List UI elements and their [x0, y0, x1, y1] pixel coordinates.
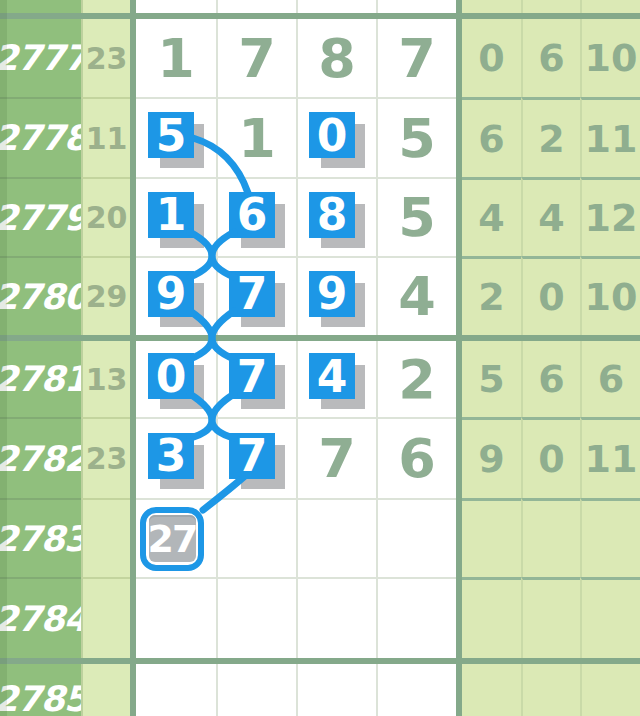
digit-text: 8: [318, 27, 356, 90]
digit-cell-1[interactable]: 27: [136, 498, 216, 577]
stat-text: 11: [585, 117, 638, 161]
digit-cell-2[interactable]: [216, 0, 296, 13]
stat-text: 2: [538, 117, 564, 161]
draw-sum-cell: [81, 498, 130, 577]
draw-number-text: 2781: [0, 359, 87, 399]
draw-sum-cell: 23: [81, 19, 130, 97]
digit-cell-2[interactable]: [216, 498, 296, 577]
digit-cell-4[interactable]: 6: [376, 417, 456, 498]
stat-cell-1: 6: [462, 97, 521, 177]
digit-text: 7: [238, 27, 276, 90]
stat-cell-2: [521, 0, 580, 13]
digit-cell-2[interactable]: 7: [216, 256, 296, 335]
marked-digit[interactable]: 3: [148, 433, 194, 479]
digit-text: 5: [398, 186, 436, 249]
stat-cell-3: 10: [580, 19, 640, 97]
draw-number-text: 2779: [0, 198, 87, 238]
marked-digit[interactable]: 4: [309, 353, 355, 399]
draw-rows-container: 2777231787061027781151056211277920168544…: [0, 0, 640, 716]
digit-cell-4[interactable]: 5: [376, 97, 456, 177]
digit-cell-4[interactable]: [376, 664, 456, 716]
draw-number-label: 2779: [0, 177, 81, 256]
marked-digit[interactable]: 0: [148, 353, 194, 399]
stat-cell-1: 5: [462, 341, 521, 417]
draw-sum-cell: 29: [81, 256, 130, 335]
digit-cell-4[interactable]: 2: [376, 341, 456, 417]
stat-text: 0: [478, 36, 504, 80]
digit-cell-1[interactable]: [136, 0, 216, 13]
digit-cell-2[interactable]: [216, 664, 296, 716]
draw-sum-text: 29: [86, 279, 128, 314]
next-draw-selection-box[interactable]: 27: [140, 507, 204, 571]
stat-cell-1: 0: [462, 19, 521, 97]
stat-cell-3: [580, 498, 640, 577]
stat-text: 9: [478, 437, 504, 481]
stat-cell-2: 6: [521, 19, 580, 97]
marked-digit[interactable]: 7: [229, 353, 275, 399]
stat-text: 2: [478, 275, 504, 319]
stat-cell-2: [521, 664, 580, 716]
stat-cell-2: 0: [521, 417, 580, 498]
digit-cell-3[interactable]: [296, 664, 376, 716]
draw-row-2777: 27772317870610: [0, 19, 640, 97]
draw-row-2781: 2781130742566: [0, 341, 640, 417]
stat-cell-2: 2: [521, 97, 580, 177]
draw-number-label: 2783: [0, 498, 81, 577]
draw-sum-cell: [81, 0, 130, 13]
digit-text: 4: [398, 265, 436, 328]
stat-text: 0: [538, 275, 564, 319]
stat-text: 6: [478, 117, 504, 161]
digit-cell-2[interactable]: 7: [216, 19, 296, 97]
marked-digit[interactable]: 1: [148, 192, 194, 238]
digit-cell-1[interactable]: 9: [136, 256, 216, 335]
draw-row-2779: 27792016854412: [0, 177, 640, 256]
digit-cell-3[interactable]: 9: [296, 256, 376, 335]
stat-cell-3: 12: [580, 177, 640, 256]
digit-cell-3[interactable]: 7: [296, 417, 376, 498]
stat-cell-2: [521, 577, 580, 658]
digit-cell-4[interactable]: 7: [376, 19, 456, 97]
digit-cell-4[interactable]: [376, 0, 456, 13]
digit-cell-1[interactable]: [136, 577, 216, 658]
draw-number-text: 2780: [0, 277, 87, 317]
digit-text: 1: [238, 107, 276, 170]
digit-text: 1: [157, 27, 195, 90]
draw-sum-text: 13: [86, 362, 128, 397]
digit-cell-3[interactable]: 0: [296, 97, 376, 177]
digit-cell-3[interactable]: 8: [296, 177, 376, 256]
draw-sum-text: 23: [86, 41, 128, 76]
draw-sum-cell: [81, 664, 130, 716]
draw-sum-cell: 20: [81, 177, 130, 256]
marked-digit[interactable]: 8: [309, 192, 355, 238]
draw-number-text: 2778: [0, 118, 87, 158]
digit-cell-1[interactable]: [136, 664, 216, 716]
draw-number-text: 2784: [0, 599, 87, 639]
marked-digit[interactable]: 7: [229, 433, 275, 479]
draw-row-2783: 278327: [0, 498, 640, 577]
digit-cell-2[interactable]: 1: [216, 97, 296, 177]
stat-cell-1: 2: [462, 256, 521, 335]
draw-sum-cell: 11: [81, 97, 130, 177]
draw-number-label: 2782: [0, 417, 81, 498]
stat-cell-3: [580, 664, 640, 716]
digit-cell-3[interactable]: 8: [296, 19, 376, 97]
draw-number-label: 2785: [0, 664, 81, 716]
digit-cell-3[interactable]: [296, 577, 376, 658]
digit-cell-1[interactable]: 1: [136, 177, 216, 256]
draw-number-text: 2785: [0, 679, 81, 716]
stat-cell-1: [462, 0, 521, 13]
draw-sum-text: 11: [86, 121, 128, 156]
draw-number-label: 2778: [0, 97, 81, 177]
stat-cell-3: [580, 577, 640, 658]
digit-cell-3[interactable]: [296, 498, 376, 577]
draw-number-label: 2781: [0, 341, 81, 417]
stat-cell-2: 4: [521, 177, 580, 256]
draw-number-label: 2784: [0, 577, 81, 658]
marked-digit[interactable]: 7: [229, 271, 275, 317]
stat-text: 0: [538, 437, 564, 481]
stat-text: 4: [478, 196, 504, 240]
marked-digit[interactable]: 9: [148, 271, 194, 317]
marked-digit[interactable]: 6: [229, 192, 275, 238]
stat-cell-3: [580, 0, 640, 13]
marked-digit[interactable]: 0: [309, 112, 355, 158]
digit-text: 2: [398, 348, 436, 411]
digit-cell-2[interactable]: 7: [216, 341, 296, 417]
digit-text: 6: [398, 427, 436, 490]
stat-text: 6: [538, 357, 564, 401]
lottery-chart-board: 2777231787061027781151056211277920168544…: [0, 0, 640, 716]
stat-cell-2: 0: [521, 256, 580, 335]
digit-cell-1[interactable]: 0: [136, 341, 216, 417]
stat-text: 12: [585, 196, 638, 240]
draw-number-label: 2780: [0, 256, 81, 335]
digit-cell-2[interactable]: 7: [216, 417, 296, 498]
stat-text: 11: [585, 437, 638, 481]
stat-text: 4: [538, 196, 564, 240]
stat-text: 6: [538, 36, 564, 80]
selection-value: 27: [149, 515, 196, 562]
stat-text: 6: [598, 357, 624, 401]
marked-digit[interactable]: 5: [148, 112, 194, 158]
draw-row-2776: [0, 0, 640, 13]
digit-cell-1[interactable]: 1: [136, 19, 216, 97]
marked-digit[interactable]: 9: [309, 271, 355, 317]
digit-text: 7: [318, 427, 356, 490]
stat-cell-1: 9: [462, 417, 521, 498]
digit-cell-3[interactable]: 4: [296, 341, 376, 417]
digit-text: 7: [398, 27, 436, 90]
digit-cell-1[interactable]: 3: [136, 417, 216, 498]
stat-cell-3: 6: [580, 341, 640, 417]
stat-cell-3: 10: [580, 256, 640, 335]
digit-text: 5: [398, 107, 436, 170]
digit-cell-4[interactable]: [376, 498, 456, 577]
stat-text: 10: [585, 275, 638, 319]
stat-cell-2: [521, 498, 580, 577]
draw-number-text: 2777: [0, 38, 87, 78]
digit-cell-2[interactable]: 6: [216, 177, 296, 256]
draw-sum-cell: 13: [81, 341, 130, 417]
draw-number-label: [0, 0, 81, 13]
draw-number-text: 2783: [0, 519, 87, 559]
draw-sum-cell: 23: [81, 417, 130, 498]
digit-cell-2[interactable]: [216, 577, 296, 658]
digit-cell-4[interactable]: 5: [376, 177, 456, 256]
digit-cell-3[interactable]: [296, 0, 376, 13]
draw-row-2778: 27781151056211: [0, 97, 640, 177]
stat-cell-2: 6: [521, 341, 580, 417]
draw-number-text: 2782: [0, 439, 87, 479]
draw-row-2784: 2784: [0, 577, 640, 658]
stat-cell-1: 4: [462, 177, 521, 256]
stat-cell-3: 11: [580, 97, 640, 177]
draw-sum-cell: [81, 577, 130, 658]
stat-cell-1: [462, 664, 521, 716]
digit-cell-4[interactable]: 4: [376, 256, 456, 335]
stat-text: 5: [478, 357, 504, 401]
draw-number-label: 2777: [0, 19, 81, 97]
stat-cell-1: [462, 577, 521, 658]
stat-cell-3: 11: [580, 417, 640, 498]
digit-cell-4[interactable]: [376, 577, 456, 658]
digit-cell-1[interactable]: 5: [136, 97, 216, 177]
stat-text: 10: [585, 36, 638, 80]
draw-sum-text: 20: [86, 200, 128, 235]
draw-sum-text: 23: [86, 441, 128, 476]
draw-row-2780: 27802997942010: [0, 256, 640, 335]
stat-cell-1: [462, 498, 521, 577]
draw-row-2785: 2785: [0, 664, 640, 716]
draw-row-2782: 27822337769011: [0, 417, 640, 498]
